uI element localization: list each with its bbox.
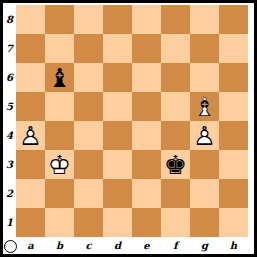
square-e4[interactable] xyxy=(132,121,161,150)
square-f4[interactable] xyxy=(161,121,190,150)
square-d7[interactable] xyxy=(103,34,132,63)
square-e5[interactable] xyxy=(132,92,161,121)
rank-label-8: 8 xyxy=(3,5,16,34)
square-a3[interactable] xyxy=(16,150,45,179)
square-f7[interactable] xyxy=(161,34,190,63)
file-label-f: f xyxy=(161,237,190,254)
square-b1[interactable] xyxy=(45,208,74,237)
rank-label-2: 2 xyxy=(3,179,16,208)
square-a6[interactable] xyxy=(16,63,45,92)
file-label-d: d xyxy=(103,237,132,254)
square-h3[interactable] xyxy=(219,150,248,179)
square-d3[interactable] xyxy=(103,150,132,179)
square-h1[interactable] xyxy=(219,208,248,237)
file-label-h: h xyxy=(219,237,248,254)
rank-label-1: 1 xyxy=(3,208,16,237)
square-c1[interactable] xyxy=(74,208,103,237)
square-a5[interactable] xyxy=(16,92,45,121)
square-c5[interactable] xyxy=(74,92,103,121)
square-g2[interactable] xyxy=(190,179,219,208)
piece-black-king-f3[interactable]: ♚ xyxy=(161,150,190,179)
square-f5[interactable] xyxy=(161,92,190,121)
square-e1[interactable] xyxy=(132,208,161,237)
square-g1[interactable] xyxy=(190,208,219,237)
square-h7[interactable] xyxy=(219,34,248,63)
piece-white-pawn-a4[interactable]: ♟♙ xyxy=(16,121,45,150)
square-a8[interactable] xyxy=(16,5,45,34)
square-c6[interactable] xyxy=(74,63,103,92)
square-d6[interactable] xyxy=(103,63,132,92)
square-h8[interactable] xyxy=(219,5,248,34)
square-e2[interactable] xyxy=(132,179,161,208)
square-h4[interactable] xyxy=(219,121,248,150)
rank-label-5: 5 xyxy=(3,92,16,121)
black-king-glyph: ♚ xyxy=(161,150,190,179)
square-e6[interactable] xyxy=(132,63,161,92)
square-c3[interactable] xyxy=(74,150,103,179)
square-c2[interactable] xyxy=(74,179,103,208)
piece-white-bishop-g5[interactable]: ♝♗ xyxy=(190,92,219,121)
square-e3[interactable] xyxy=(132,150,161,179)
file-label-b: b xyxy=(45,237,74,254)
piece-white-king-b3[interactable]: ♚♔ xyxy=(45,150,74,179)
square-d1[interactable] xyxy=(103,208,132,237)
square-c7[interactable] xyxy=(74,34,103,63)
white-pawn-outline-glyph: ♙ xyxy=(16,121,45,150)
square-e8[interactable] xyxy=(132,5,161,34)
square-c4[interactable] xyxy=(74,121,103,150)
chess-board: ♝♝♗♟♙♟♙♚♔♚ xyxy=(16,5,248,237)
piece-white-pawn-g4[interactable]: ♟♙ xyxy=(190,121,219,150)
square-b4[interactable] xyxy=(45,121,74,150)
square-a4[interactable]: ♟♙ xyxy=(16,121,45,150)
square-d8[interactable] xyxy=(103,5,132,34)
square-d5[interactable] xyxy=(103,92,132,121)
white-to-move-indicator xyxy=(4,240,17,253)
square-d4[interactable] xyxy=(103,121,132,150)
square-f2[interactable] xyxy=(161,179,190,208)
square-b5[interactable] xyxy=(45,92,74,121)
chess-diagram: ♝♝♗♟♙♟♙♚♔♚ 87654321 abcdefgh xyxy=(0,0,257,257)
square-g4[interactable]: ♟♙ xyxy=(190,121,219,150)
square-f3[interactable]: ♚ xyxy=(161,150,190,179)
file-label-e: e xyxy=(132,237,161,254)
square-b6[interactable]: ♝ xyxy=(45,63,74,92)
white-king-outline-glyph: ♔ xyxy=(45,150,74,179)
square-a2[interactable] xyxy=(16,179,45,208)
file-label-c: c xyxy=(74,237,103,254)
square-b7[interactable] xyxy=(45,34,74,63)
file-label-a: a xyxy=(16,237,45,254)
black-bishop-glyph: ♝ xyxy=(45,63,74,92)
square-g3[interactable] xyxy=(190,150,219,179)
piece-black-bishop-b6[interactable]: ♝ xyxy=(45,63,74,92)
square-e7[interactable] xyxy=(132,34,161,63)
square-h5[interactable] xyxy=(219,92,248,121)
square-g5[interactable]: ♝♗ xyxy=(190,92,219,121)
square-h2[interactable] xyxy=(219,179,248,208)
square-f6[interactable] xyxy=(161,63,190,92)
square-g8[interactable] xyxy=(190,5,219,34)
square-g6[interactable] xyxy=(190,63,219,92)
rank-label-6: 6 xyxy=(3,63,16,92)
rank-label-3: 3 xyxy=(3,150,16,179)
white-pawn-outline-glyph: ♙ xyxy=(190,121,219,150)
square-h6[interactable] xyxy=(219,63,248,92)
square-d2[interactable] xyxy=(103,179,132,208)
square-b3[interactable]: ♚♔ xyxy=(45,150,74,179)
rank-label-7: 7 xyxy=(3,34,16,63)
square-f8[interactable] xyxy=(161,5,190,34)
square-b8[interactable] xyxy=(45,5,74,34)
square-g7[interactable] xyxy=(190,34,219,63)
square-c8[interactable] xyxy=(74,5,103,34)
rank-label-4: 4 xyxy=(3,121,16,150)
square-b2[interactable] xyxy=(45,179,74,208)
square-a1[interactable] xyxy=(16,208,45,237)
square-a7[interactable] xyxy=(16,34,45,63)
square-f1[interactable] xyxy=(161,208,190,237)
white-bishop-outline-glyph: ♗ xyxy=(190,92,219,121)
file-label-g: g xyxy=(190,237,219,254)
